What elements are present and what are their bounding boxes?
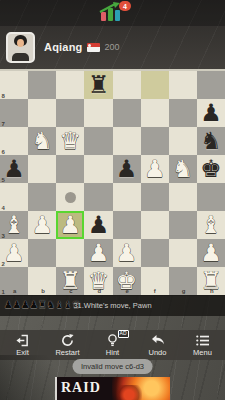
file-label: h	[210, 288, 214, 294]
square-c3[interactable]: ♟	[56, 211, 84, 239]
square-b4[interactable]	[28, 183, 56, 211]
square-f7[interactable]	[141, 99, 169, 127]
square-f1[interactable]: f	[141, 267, 169, 295]
square-h2[interactable]: ♟	[197, 239, 225, 267]
app-screen: 4 Aqiang 200 8♜7♟6♞♛♞♟5♟♟♞♚4♝3♟♟♟♝♟2♟♟♟1…	[0, 0, 225, 400]
file-label: g	[182, 288, 186, 294]
square-c6[interactable]: ♛	[56, 127, 84, 155]
square-h6[interactable]: ♞	[197, 127, 225, 155]
square-a5[interactable]: ♟5	[0, 155, 28, 183]
hint-label: Hint	[106, 348, 119, 357]
file-label: c	[69, 288, 72, 294]
square-c5[interactable]	[56, 155, 84, 183]
square-d2[interactable]: ♟	[84, 239, 112, 267]
undo-icon	[151, 334, 165, 347]
header: 4 Aqiang 200	[0, 0, 225, 69]
square-b5[interactable]	[28, 155, 56, 183]
square-f6[interactable]	[141, 127, 169, 155]
file-label: d	[97, 288, 101, 294]
piece-black-pawn[interactable]: ♟	[197, 99, 225, 127]
piece-white-pawn[interactable]: ♟	[141, 155, 169, 183]
square-c8[interactable]	[56, 71, 84, 99]
square-e2[interactable]: ♟	[113, 239, 141, 267]
square-d5[interactable]	[84, 155, 112, 183]
file-label: f	[154, 288, 156, 294]
square-f3[interactable]	[141, 211, 169, 239]
square-f2[interactable]	[141, 239, 169, 267]
square-g6[interactable]	[169, 127, 197, 155]
piece-white-pawn[interactable]: ♟	[56, 211, 84, 239]
exit-label: Exit	[16, 348, 29, 357]
piece-white-bishop[interactable]: ♝	[197, 211, 225, 239]
menu-list-icon	[196, 334, 210, 347]
piece-black-rook[interactable]: ♜	[84, 71, 112, 99]
square-f5[interactable]: ♟	[141, 155, 169, 183]
piece-white-knight[interactable]: ♞	[169, 155, 197, 183]
undo-button[interactable]: Undo	[135, 330, 180, 360]
piece-black-pawn[interactable]: ♟	[113, 155, 141, 183]
square-g3[interactable]	[169, 211, 197, 239]
square-f8[interactable]	[141, 71, 169, 99]
square-g4[interactable]	[169, 183, 197, 211]
square-h7[interactable]: ♟	[197, 99, 225, 127]
square-c7[interactable]	[56, 99, 84, 127]
move-status-text: 31.White's move, Pawn	[0, 301, 225, 310]
square-a7[interactable]: 7	[0, 99, 28, 127]
square-a3[interactable]: ♝3	[0, 211, 28, 239]
square-b6[interactable]: ♞	[28, 127, 56, 155]
piece-black-king[interactable]: ♚	[197, 155, 225, 183]
exit-button[interactable]: Exit	[0, 330, 45, 360]
ad-fire-art-2	[116, 385, 142, 400]
square-g7[interactable]	[169, 99, 197, 127]
file-label: a	[13, 288, 16, 294]
square-e7[interactable]	[113, 99, 141, 127]
player-avatar[interactable]	[6, 32, 35, 63]
square-d6[interactable]	[84, 127, 112, 155]
square-d4[interactable]	[84, 183, 112, 211]
piece-white-pawn[interactable]: ♟	[28, 211, 56, 239]
square-c2[interactable]	[56, 239, 84, 267]
status-bar: 4	[0, 0, 225, 26]
move-hint-dot[interactable]	[65, 192, 76, 203]
square-e5[interactable]: ♟	[113, 155, 141, 183]
hint-button[interactable]: AD Hint	[90, 330, 135, 360]
square-e1[interactable]: ♚e	[113, 267, 141, 295]
square-e3[interactable]	[113, 211, 141, 239]
restart-label: Restart	[55, 348, 79, 357]
square-d3[interactable]: ♟	[84, 211, 112, 239]
hint-ad-badge: AD	[118, 330, 129, 338]
square-d7[interactable]	[84, 99, 112, 127]
square-a6[interactable]: 6	[0, 127, 28, 155]
square-e6[interactable]	[113, 127, 141, 155]
square-b7[interactable]	[28, 99, 56, 127]
square-g1[interactable]: g	[169, 267, 197, 295]
square-h1[interactable]: ♜h	[197, 267, 225, 295]
piece-white-pawn[interactable]: ♟	[84, 239, 112, 267]
square-a4[interactable]: 4	[0, 183, 28, 211]
square-g5[interactable]: ♞	[169, 155, 197, 183]
square-b1[interactable]: b	[28, 267, 56, 295]
square-a8[interactable]: 8	[0, 71, 28, 99]
ad-title: RAID	[61, 380, 101, 396]
file-label: b	[41, 288, 45, 294]
ad-banner[interactable]: RAID	[55, 377, 170, 400]
exit-icon	[16, 334, 30, 347]
piece-white-queen[interactable]: ♛	[56, 127, 84, 155]
square-a1[interactable]: 1a	[0, 267, 28, 295]
square-d1[interactable]: ♛d	[84, 267, 112, 295]
square-b8[interactable]	[28, 71, 56, 99]
square-f4[interactable]	[141, 183, 169, 211]
square-a2[interactable]: ♟2	[0, 239, 28, 267]
player-name: Aqiang	[44, 41, 82, 53]
square-e8[interactable]	[113, 71, 141, 99]
square-h8[interactable]	[197, 71, 225, 99]
undo-label: Undo	[149, 348, 167, 357]
square-h3[interactable]: ♝	[197, 211, 225, 239]
square-g8[interactable]	[169, 71, 197, 99]
menu-button[interactable]: Menu	[180, 330, 225, 360]
singapore-flag-icon	[87, 43, 100, 52]
piece-black-knight[interactable]: ♞	[197, 127, 225, 155]
avatar-face	[17, 39, 24, 47]
square-d8[interactable]: ♜	[84, 71, 112, 99]
file-label: e	[126, 288, 129, 294]
square-g2[interactable]	[169, 239, 197, 267]
piece-white-pawn[interactable]: ♟	[197, 239, 225, 267]
restart-button[interactable]: Restart	[45, 330, 90, 360]
square-h5[interactable]: ♚	[197, 155, 225, 183]
player-row: Aqiang 200	[6, 31, 120, 63]
menu-label: Menu	[193, 348, 212, 357]
invalid-move-toast: Invalid move c6-d3	[72, 359, 153, 374]
square-c4[interactable]	[56, 183, 84, 211]
square-c1[interactable]: ♜c	[56, 267, 84, 295]
notification-badge: 4	[119, 1, 131, 11]
avatar-body	[12, 53, 29, 62]
restart-icon	[61, 334, 75, 347]
info-bar: ♟♟♟♟♜♞♝♝♛ 31.White's move, Pawn	[0, 295, 225, 316]
hint-bulb-icon: AD	[106, 334, 120, 347]
square-e4[interactable]	[113, 183, 141, 211]
piece-white-knight[interactable]: ♞	[28, 127, 56, 155]
bottom-toolbar: Exit Restart AD Hint Undo Menu	[0, 330, 225, 360]
piece-black-pawn[interactable]: ♟	[84, 211, 112, 239]
player-rating: 200	[104, 42, 119, 52]
square-b3[interactable]: ♟	[28, 211, 56, 239]
square-b2[interactable]	[28, 239, 56, 267]
chess-board[interactable]: 8♜7♟6♞♛♞♟5♟♟♞♚4♝3♟♟♟♝♟2♟♟♟1ab♜c♛d♚efg♜h	[0, 71, 225, 295]
piece-white-pawn[interactable]: ♟	[113, 239, 141, 267]
square-h4[interactable]	[197, 183, 225, 211]
